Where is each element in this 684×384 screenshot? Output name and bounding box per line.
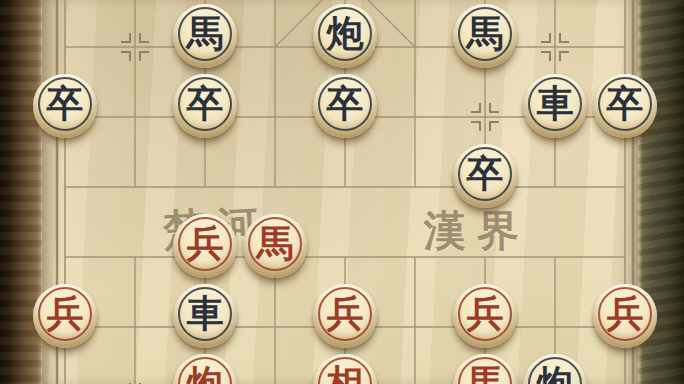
piece-glyph: 馬 <box>453 353 517 384</box>
piece-glyph: 馬 <box>453 3 517 63</box>
piece-glyph: 卒 <box>173 73 237 133</box>
piece-black-soldier[interactable]: 卒 <box>593 74 657 138</box>
piece-glyph: 卒 <box>33 73 97 133</box>
piece-red-soldier[interactable]: 兵 <box>453 284 517 348</box>
piece-glyph: 馬 <box>243 213 307 273</box>
piece-glyph: 卒 <box>313 73 377 133</box>
piece-black-soldier[interactable]: 卒 <box>313 74 377 138</box>
piece-glyph: 炮 <box>523 353 587 384</box>
piece-black-horse[interactable]: 馬 <box>173 4 237 68</box>
piece-black-chariot[interactable]: 車 <box>173 284 237 348</box>
piece-glyph: 兵 <box>593 283 657 343</box>
piece-red-horse[interactable]: 馬 <box>453 354 517 384</box>
piece-glyph: 兵 <box>313 283 377 343</box>
piece-glyph: 卒 <box>593 73 657 133</box>
piece-glyph: 炮 <box>173 353 237 384</box>
piece-black-cannon[interactable]: 炮 <box>313 4 377 68</box>
piece-black-horse[interactable]: 馬 <box>453 4 517 68</box>
piece-red-cannon[interactable]: 炮 <box>173 354 237 384</box>
piece-glyph: 炮 <box>313 3 377 63</box>
piece-black-soldier[interactable]: 卒 <box>33 74 97 138</box>
pieces-layer: 馬炮馬卒卒卒車卒卒兵馬兵車兵兵兵炮相馬炮 <box>0 0 684 384</box>
piece-glyph: 車 <box>523 73 587 133</box>
piece-glyph: 卒 <box>453 143 517 203</box>
piece-red-horse[interactable]: 馬 <box>243 214 307 278</box>
piece-glyph: 相 <box>313 353 377 384</box>
piece-black-soldier[interactable]: 卒 <box>453 144 517 208</box>
piece-glyph: 兵 <box>33 283 97 343</box>
piece-glyph: 車 <box>173 283 237 343</box>
xiangqi-app-screen: 楚河 漢界 馬炮馬卒卒卒車卒卒兵馬兵車兵兵兵炮相馬炮 <box>0 0 684 384</box>
piece-red-soldier[interactable]: 兵 <box>313 284 377 348</box>
piece-red-soldier[interactable]: 兵 <box>33 284 97 348</box>
piece-black-chariot[interactable]: 車 <box>523 74 587 138</box>
piece-red-elephant[interactable]: 相 <box>313 354 377 384</box>
piece-glyph: 兵 <box>453 283 517 343</box>
piece-black-cannon[interactable]: 炮 <box>523 354 587 384</box>
piece-glyph: 兵 <box>173 213 237 273</box>
piece-red-soldier[interactable]: 兵 <box>593 284 657 348</box>
piece-glyph: 馬 <box>173 3 237 63</box>
piece-black-soldier[interactable]: 卒 <box>173 74 237 138</box>
piece-red-soldier[interactable]: 兵 <box>173 214 237 278</box>
